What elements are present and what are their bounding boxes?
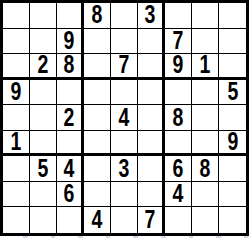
sudoku-cell[interactable] xyxy=(111,207,138,233)
sudoku-cell[interactable] xyxy=(30,3,57,29)
sudoku-cell[interactable]: 7 xyxy=(111,54,138,80)
sudoku-cell[interactable] xyxy=(57,131,84,157)
cell-digit: 6 xyxy=(173,156,184,181)
sudoku-cell[interactable]: 3 xyxy=(138,3,165,29)
sudoku-board: 8397287919524819543686447 xyxy=(0,0,249,236)
sudoku-cell[interactable] xyxy=(30,80,57,106)
cell-digit: 9 xyxy=(227,131,238,155)
spreadsheet-gridline-artifact xyxy=(0,236,249,238)
cell-digit: 7 xyxy=(145,207,156,233)
cell-digit: 8 xyxy=(92,3,103,28)
sudoku-cell[interactable]: 6 xyxy=(165,156,192,182)
cell-digit: 4 xyxy=(119,105,130,130)
sudoku-cell[interactable] xyxy=(138,182,165,208)
sudoku-cell[interactable] xyxy=(84,54,111,80)
cell-digit: 4 xyxy=(92,207,103,233)
sudoku-cell[interactable] xyxy=(57,207,84,233)
sudoku-cell[interactable] xyxy=(138,54,165,80)
sudoku-cell[interactable]: 6 xyxy=(57,182,84,208)
cell-digit: 2 xyxy=(64,105,75,130)
sudoku-cell[interactable] xyxy=(219,156,246,182)
cell-digit: 5 xyxy=(38,156,49,181)
sudoku-cell[interactable] xyxy=(57,3,84,29)
cell-digit: 8 xyxy=(200,156,211,181)
cell-digit: 9 xyxy=(64,29,75,54)
sudoku-cell[interactable] xyxy=(138,29,165,55)
sudoku-cell[interactable] xyxy=(219,54,246,80)
sudoku-cell[interactable] xyxy=(30,105,57,131)
sudoku-cell[interactable] xyxy=(192,131,219,157)
cell-digit: 4 xyxy=(64,156,75,181)
sudoku-cell[interactable] xyxy=(3,54,30,80)
sudoku-cell[interactable]: 8 xyxy=(165,105,192,131)
sudoku-cell[interactable]: 1 xyxy=(192,54,219,80)
cell-digit: 1 xyxy=(11,131,22,155)
sudoku-cell[interactable]: 4 xyxy=(57,156,84,182)
sudoku-cell[interactable]: 7 xyxy=(138,207,165,233)
sudoku-cell[interactable]: 9 xyxy=(57,29,84,55)
sudoku-cell[interactable] xyxy=(192,29,219,55)
cell-digit: 7 xyxy=(119,54,130,78)
sudoku-cell[interactable] xyxy=(165,3,192,29)
sudoku-cell[interactable]: 9 xyxy=(219,131,246,157)
sudoku-cell[interactable] xyxy=(219,207,246,233)
sudoku-cell[interactable] xyxy=(30,207,57,233)
sudoku-cell[interactable] xyxy=(138,80,165,106)
sudoku-cell[interactable] xyxy=(84,131,111,157)
cell-digit: 7 xyxy=(173,29,184,54)
sudoku-cell[interactable]: 4 xyxy=(84,207,111,233)
sudoku-cell[interactable] xyxy=(192,3,219,29)
sudoku-cell[interactable] xyxy=(138,156,165,182)
sudoku-cell[interactable] xyxy=(3,182,30,208)
cell-digit: 9 xyxy=(11,80,22,105)
sudoku-cell[interactable]: 7 xyxy=(165,29,192,55)
sudoku-cell[interactable]: 8 xyxy=(192,156,219,182)
sudoku-cell[interactable]: 9 xyxy=(165,54,192,80)
sudoku-cell[interactable] xyxy=(84,156,111,182)
sudoku-cell[interactable] xyxy=(30,29,57,55)
sudoku-cell[interactable] xyxy=(111,29,138,55)
cell-digit: 3 xyxy=(145,3,156,28)
sudoku-cell[interactable] xyxy=(192,182,219,208)
sudoku-cell[interactable] xyxy=(219,29,246,55)
sudoku-cell[interactable] xyxy=(219,3,246,29)
sudoku-cell[interactable]: 2 xyxy=(30,54,57,80)
sudoku-cell[interactable] xyxy=(165,80,192,106)
cell-digit: 3 xyxy=(119,156,130,181)
sudoku-cell[interactable] xyxy=(192,105,219,131)
sudoku-cell[interactable] xyxy=(165,207,192,233)
sudoku-cell[interactable]: 8 xyxy=(84,3,111,29)
sudoku-cell[interactable] xyxy=(219,182,246,208)
sudoku-cell[interactable] xyxy=(3,3,30,29)
cell-digit: 2 xyxy=(38,54,49,78)
sudoku-cell[interactable] xyxy=(138,105,165,131)
sudoku-screenshot: 8397287919524819543686447 xyxy=(0,0,249,238)
sudoku-cell[interactable] xyxy=(192,80,219,106)
sudoku-cell[interactable]: 2 xyxy=(57,105,84,131)
sudoku-cell[interactable] xyxy=(84,182,111,208)
sudoku-cell[interactable] xyxy=(165,131,192,157)
cell-digit: 6 xyxy=(64,182,75,207)
sudoku-cell[interactable] xyxy=(192,207,219,233)
cell-digit: 8 xyxy=(64,54,75,78)
sudoku-cell[interactable] xyxy=(3,207,30,233)
sudoku-cell[interactable]: 3 xyxy=(111,156,138,182)
sudoku-cell[interactable] xyxy=(111,3,138,29)
sudoku-cell[interactable] xyxy=(111,182,138,208)
sudoku-cell[interactable] xyxy=(57,80,84,106)
sudoku-cell[interactable] xyxy=(3,29,30,55)
sudoku-cell[interactable] xyxy=(3,105,30,131)
sudoku-cell[interactable] xyxy=(30,182,57,208)
cell-digit: 4 xyxy=(173,182,184,207)
sudoku-cell[interactable]: 4 xyxy=(111,105,138,131)
sudoku-cell[interactable] xyxy=(84,80,111,106)
sudoku-cell[interactable]: 8 xyxy=(57,54,84,80)
sudoku-cell[interactable] xyxy=(219,105,246,131)
sudoku-cell[interactable] xyxy=(111,80,138,106)
cell-digit: 5 xyxy=(227,80,238,105)
sudoku-cell[interactable] xyxy=(3,156,30,182)
sudoku-cell[interactable] xyxy=(138,131,165,157)
sudoku-cell[interactable]: 9 xyxy=(3,80,30,106)
sudoku-cell[interactable]: 4 xyxy=(165,182,192,208)
sudoku-cell[interactable]: 5 xyxy=(30,156,57,182)
sudoku-cell[interactable] xyxy=(84,29,111,55)
cell-digit: 9 xyxy=(173,54,184,78)
cell-digit: 1 xyxy=(200,54,211,78)
sudoku-cell[interactable] xyxy=(84,105,111,131)
sudoku-cell[interactable]: 5 xyxy=(219,80,246,106)
sudoku-cell[interactable]: 1 xyxy=(3,131,30,157)
sudoku-cell[interactable] xyxy=(111,131,138,157)
sudoku-cell[interactable] xyxy=(30,131,57,157)
cell-digit: 8 xyxy=(173,105,184,130)
